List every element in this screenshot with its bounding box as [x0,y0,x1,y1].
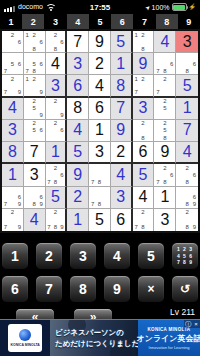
cell-r8c5[interactable]: 78 [89,187,111,209]
pencil-marks: 256 [24,120,45,141]
level-label: Lv 211 [170,307,195,317]
given-digit: 1 [160,189,169,205]
battery-percent: 100% [152,4,170,11]
pencil-marks: 127 [133,75,154,95]
user-digit: 8 [8,144,17,160]
user-digit: 3 [116,189,125,205]
cell-r7c2[interactable]: 3 [24,164,46,186]
cell-r7c9[interactable]: 268 [176,164,198,186]
pencil-mode-button[interactable]: 1 2 34 5 67 8 9 [171,242,199,270]
user-digit: 4 [116,167,125,183]
user-digit: 3 [51,78,60,94]
user-digit: 4 [160,34,169,50]
cell-r1c1[interactable]: 26 [2,31,24,53]
sudoku-grid: 2612682687951284356756784321967868279129… [0,29,200,233]
cell-r6c2[interactable]: 7 [24,142,46,164]
user-digit: 4 [30,212,39,228]
cell-r5c7[interactable]: 28 [133,120,155,142]
cell-r2c7[interactable]: 9 [133,53,155,75]
cell-r4c6[interactable]: 7 [111,98,133,120]
cell-r2c9[interactable]: 68 [176,53,198,75]
cell-r8c4[interactable]: 2 [67,187,89,209]
column-header-2: 2 [22,14,44,29]
user-digit: 9 [116,122,125,138]
column-header-3: 3 [44,14,66,29]
cell-r3c7[interactable]: 127 [133,75,155,97]
user-digit: 5 [139,167,148,183]
column-header-8: 8 [156,14,178,29]
cell-r5c3[interactable]: 26 [46,120,68,142]
numpad-1[interactable]: 1 [1,242,29,270]
user-digit: 1 [116,56,125,72]
cell-r2c6[interactable]: 1 [111,53,133,75]
cell-r2c5[interactable]: 2 [89,53,111,75]
given-digit: 9 [95,34,104,50]
cell-r2c3[interactable]: 4 [46,53,68,75]
numpad-4[interactable]: 4 [103,242,131,270]
pencil-marks: 278 [133,209,154,231]
given-digit: 6 [139,144,148,160]
pencil-marks: 279 [2,209,23,231]
cell-r3c9[interactable]: 5 [176,75,198,97]
battery-icon [172,3,187,11]
pencil-marks: 268 [46,31,66,52]
cell-r9c7[interactable]: 278 [133,209,155,231]
cell-r6c9[interactable]: 4 [176,142,198,164]
user-digit: 5 [73,144,82,160]
cell-r4c3[interactable]: 29 [46,98,68,120]
numpad-8[interactable]: 8 [69,275,97,303]
cell-r2c8[interactable]: 678 [154,53,176,75]
cell-r2c2[interactable]: 5678 [24,53,46,75]
pencil-marks: 689 [24,187,45,208]
cell-r9c2[interactable]: 4 [24,209,46,231]
given-digit: 8 [73,100,82,116]
column-header-4: 4 [67,14,89,29]
ad-headline-panel: ビジネスパーソンの ためだけにつくりました。 [50,320,138,356]
cell-r9c8[interactable]: 3 [154,209,176,231]
pencil-marks: 68 [176,53,198,74]
pencil-marks: 28 [133,120,154,141]
cell-r6c5[interactable]: 3 [89,142,111,164]
charging-bolt-icon: ⚡ [189,4,197,10]
user-digit: 7 [116,100,125,116]
pencil-marks: 27 [154,75,175,95]
given-digit: 2 [95,56,104,72]
cell-r8c1[interactable]: 679 [2,187,24,209]
pencil-marks: 78 [89,164,110,185]
cell-r1c8[interactable]: 4 [154,31,176,53]
ad-headline-1: ビジネスパーソンの [55,328,138,338]
pencil-marks: 268 [176,164,198,185]
user-digit: 2 [73,189,82,205]
numpad-7[interactable]: 7 [35,275,63,303]
cell-r4c2[interactable]: 259 [24,98,46,120]
user-digit: 1 [51,144,60,160]
numpad-6[interactable]: 6 [1,275,29,303]
numpad-9[interactable]: 9 [103,275,131,303]
cell-r2c4[interactable]: 3 [67,53,89,75]
konica-logo: KONICA MINOLTA [8,324,42,352]
user-digit: 6 [73,78,82,94]
user-digit: 5 [183,78,192,94]
pencil-marks: 679 [2,187,23,208]
ad-headline-2: ためだけにつくりました。 [55,339,138,349]
numpad-5[interactable]: 5 [137,242,165,270]
cell-r8c7[interactable]: 4 [133,187,155,209]
globe-icon [19,329,31,341]
ad-left-brand: KONICA MINOLTA [10,342,39,346]
cell-r5c1[interactable]: 3 [2,120,24,142]
pencil-marks: 289 [176,209,198,231]
column-header-9: 9 [178,14,200,29]
column-header-1: 1 [0,14,22,29]
cell-r4c8[interactable]: 25 [154,98,176,120]
given-digit: 7 [30,144,39,160]
pencil-marks: 29 [46,98,66,119]
user-digit: 7 [183,122,192,138]
user-digit: 4 [183,144,192,160]
user-digit: 1 [73,212,82,228]
user-digit: 3 [73,56,82,72]
cell-r5c5[interactable]: 1 [89,120,111,142]
user-digit: 9 [139,56,148,72]
cell-r8c3[interactable]: 5 [46,187,68,209]
cell-r5c6[interactable]: 9 [111,120,133,142]
user-digit: 5 [116,34,125,50]
given-digit: 3 [30,167,39,183]
ad-close-icon[interactable]: × [192,320,200,328]
ad-product-subtitle: Innovation for Learning [149,345,190,350]
pencil-marks: 25 [154,98,175,119]
pencil-marks: 678 [154,53,175,74]
ad-product-title: オンライン英会話 [137,333,200,344]
given-digit: 4 [51,56,60,72]
column-header-6: 6 [111,14,133,29]
pencil-marks: 2678 [46,164,66,185]
given-digit: 6 [95,100,104,116]
cell-r7c6[interactable]: 4 [111,164,133,186]
delete-button[interactable]: × [137,275,165,303]
numpad: 123451 2 34 5 67 8 96789×↺ [0,233,200,307]
ad-controls: ⓘ × [184,320,200,328]
cell-r8c2[interactable]: 689 [24,187,46,209]
cell-r2c1[interactable]: 567 [2,53,24,75]
cell-r8c6[interactable]: 3 [111,187,133,209]
pencil-marks: 128 [133,31,154,52]
pencil-marks: 2678 [154,164,175,185]
given-digit: 4 [139,189,148,205]
pencil-marks: 26 [2,31,23,52]
cell-r7c7[interactable]: 5 [133,164,155,186]
cell-r3c8[interactable]: 27 [154,75,176,97]
pencil-marks: 279 [2,75,23,95]
cell-r3c5[interactable]: 4 [89,75,111,97]
cell-r5c9[interactable]: 7 [176,120,198,142]
cell-r7c8[interactable]: 2678 [154,164,176,186]
user-digit: 8 [116,78,125,94]
cell-r4c4[interactable]: 8 [67,98,89,120]
pencil-marks: 259 [24,98,45,119]
given-digit: 5 [95,212,104,228]
cell-r6c3[interactable]: 1 [46,142,68,164]
cell-r7c1[interactable]: 1 [2,164,24,186]
column-header-5: 5 [89,14,111,29]
cell-r8c9[interactable]: 689 [176,187,198,209]
given-digit: 6 [116,212,125,228]
cell-r9c3[interactable]: 2789 [46,209,68,231]
location-arrow-icon: ➤ [143,3,152,12]
given-digit: 2 [116,144,125,160]
user-digit: 3 [139,100,148,116]
user-digit: 3 [8,122,17,138]
user-digit: 1 [8,167,17,183]
cell-r3c1[interactable]: 279 [2,75,24,97]
status-right: ➤ 100% ⚡ [145,3,196,11]
cell-r3c6[interactable]: 8 [111,75,133,97]
cell-r6c8[interactable]: 9 [154,142,176,164]
user-digit: 1 [183,100,192,116]
given-digit: 3 [160,212,169,228]
cell-r1c2[interactable]: 1268 [24,31,46,53]
user-digit: 9 [73,167,82,183]
cell-r3c4[interactable]: 6 [67,75,89,97]
pencil-marks: 689 [176,187,198,208]
ad-banner[interactable]: KONICA MINOLTA ビジネスパーソンの ためだけにつくりました。 KO… [0,319,200,356]
given-digit: 3 [183,34,192,50]
cell-r1c4[interactable]: 7 [67,31,89,53]
cell-r5c4[interactable]: 4 [67,120,89,142]
user-digit: 4 [73,122,82,138]
cell-r9c4[interactable]: 1 [67,209,89,231]
given-digit: 3 [95,144,104,160]
given-digit: 9 [160,144,169,160]
pencil-marks: 78 [89,187,110,208]
cell-r1c5[interactable]: 9 [89,31,111,53]
pencil-marks: 2789 [46,209,66,231]
cell-r8c8[interactable]: 1 [154,187,176,209]
pencil-marks: 129 [24,75,45,95]
cell-r7c3[interactable]: 2678 [46,164,68,186]
ad-info-icon[interactable]: ⓘ [184,320,192,328]
cell-r3c3[interactable]: 3 [46,75,68,97]
cell-r6c1[interactable]: 8 [2,142,24,164]
cell-r1c7[interactable]: 128 [133,31,155,53]
numpad-3[interactable]: 3 [69,242,97,270]
cell-r9c5[interactable]: 5 [89,209,111,231]
cell-r3c2[interactable]: 129 [24,75,46,97]
cell-r7c4[interactable]: 9 [67,164,89,186]
cell-r4c1[interactable]: 4 [2,98,24,120]
cell-r1c3[interactable]: 268 [46,31,68,53]
cell-r7c5[interactable]: 78 [89,164,111,186]
column-header-7: 7 [133,14,155,29]
cell-r5c8[interactable]: 258 [154,120,176,142]
cell-r6c4[interactable]: 5 [67,142,89,164]
cell-r9c6[interactable]: 6 [111,209,133,231]
pencil-marks: 26 [46,120,66,141]
column-header-row: 123456789 [0,14,200,29]
user-digit: 4 [8,100,17,116]
cell-r9c9[interactable]: 289 [176,209,198,231]
cell-r4c7[interactable]: 3 [133,98,155,120]
pencil-marks: 258 [154,120,175,141]
cell-r4c9[interactable]: 1 [176,98,198,120]
cell-r5c2[interactable]: 256 [24,120,46,142]
user-digit: 5 [51,189,60,205]
undo-button[interactable]: ↺ [171,275,199,303]
pencil-marks: 1268 [24,31,45,52]
cell-r6c6[interactable]: 2 [111,142,133,164]
status-bar: docomo 17:55 ➤ 100% ⚡ [0,0,200,14]
pencil-marks: 567 [2,53,23,74]
cell-r1c9[interactable]: 3 [176,31,198,53]
given-digit: 1 [95,122,104,138]
cell-r9c1[interactable]: 279 [2,209,24,231]
cell-r6c7[interactable]: 6 [133,142,155,164]
ad-logo-panel: KONICA MINOLTA [0,320,50,356]
given-digit: 4 [95,78,104,94]
cell-r4c5[interactable]: 6 [89,98,111,120]
numpad-2[interactable]: 2 [35,242,63,270]
given-digit: 7 [73,34,82,50]
cell-r1c6[interactable]: 5 [111,31,133,53]
pencil-marks: 5678 [24,53,45,74]
